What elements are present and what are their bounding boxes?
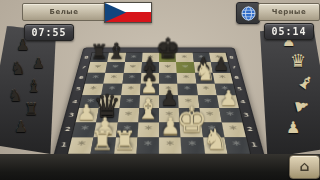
star-inlay-icon: * <box>106 62 125 72</box>
square-f1[interactable]: * <box>181 137 205 154</box>
square-c7[interactable]: * <box>123 62 141 72</box>
star-inlay-icon: * <box>122 72 141 83</box>
star-inlay-icon: * <box>159 62 177 72</box>
square-h6[interactable]: * <box>212 72 232 83</box>
square-b7[interactable]: * <box>106 62 125 72</box>
black-clock: 05:14 <box>264 23 314 40</box>
rank-label-7: 7 <box>229 62 240 72</box>
square-h3[interactable]: * <box>219 108 242 122</box>
square-b8[interactable]: ♝ <box>107 53 125 63</box>
square-a6[interactable]: * <box>85 72 105 83</box>
star-inlay-icon: * <box>85 72 105 83</box>
black-king[interactable]: ♚ <box>155 35 180 63</box>
star-inlay-icon: * <box>196 83 217 95</box>
square-d3[interactable]: ♝ <box>138 108 159 122</box>
star-inlay-icon: * <box>159 137 182 154</box>
square-a7[interactable]: * <box>88 62 108 72</box>
star-inlay-icon: * <box>123 62 141 72</box>
star-inlay-icon: * <box>104 72 124 83</box>
black-clock-time: 05:14 <box>271 26 306 37</box>
square-c6[interactable]: * <box>122 72 141 83</box>
star-inlay-icon: * <box>159 72 177 83</box>
square-f2[interactable]: ♚ <box>180 122 203 137</box>
white-rook[interactable]: ♜ <box>113 128 136 154</box>
square-d1[interactable]: * <box>136 137 159 154</box>
white-clock-time: 07:55 <box>31 27 66 38</box>
square-b6[interactable]: * <box>104 72 124 83</box>
star-inlay-icon: * <box>177 72 196 83</box>
star-inlay-icon: * <box>137 122 159 137</box>
globe-icon <box>236 2 260 24</box>
square-g1[interactable]: ♞ <box>202 137 227 154</box>
home-icon: ⌂ <box>299 159 309 173</box>
black-bishop[interactable]: ♝ <box>106 40 126 62</box>
white-player-name: Белые <box>50 8 79 16</box>
square-e7[interactable]: * <box>159 62 177 72</box>
white-rook[interactable]: ♜ <box>91 128 114 154</box>
star-inlay-icon: * <box>177 83 197 95</box>
white-knight[interactable]: ♞ <box>203 125 228 153</box>
white-pawn[interactable]: ♟ <box>220 87 239 108</box>
square-g5[interactable]: * <box>196 83 217 95</box>
white-clock: 07:55 <box>24 24 74 41</box>
black-pawn[interactable]: ♟ <box>213 54 230 73</box>
white-bishop[interactable]: ♝ <box>136 95 160 122</box>
star-inlay-icon: * <box>88 62 108 72</box>
black-rook[interactable]: ♜ <box>90 43 108 63</box>
rank-label-6: 6 <box>231 72 242 83</box>
square-c1[interactable]: ♜ <box>114 137 138 154</box>
star-inlay-icon: * <box>125 53 143 63</box>
square-b1[interactable]: ♜ <box>91 137 116 154</box>
square-f6[interactable]: * <box>177 72 196 83</box>
square-c8[interactable]: * <box>125 53 143 63</box>
star-inlay-icon: * <box>176 62 194 72</box>
rank-label-6: 6 <box>75 72 86 83</box>
white-knight[interactable]: ♞ <box>195 60 216 83</box>
star-inlay-icon: * <box>212 72 232 83</box>
star-inlay-icon: * <box>219 108 242 122</box>
square-e1[interactable]: * <box>159 137 182 154</box>
real-chess-app: ♟♟♞♝♞♜♟ ♟♛♝♟♟ ♜♝**♚******♟**♟♟***♟**♞***… <box>0 0 320 180</box>
square-d2[interactable]: * <box>137 122 159 137</box>
square-e6[interactable]: * <box>159 72 177 83</box>
square-e8[interactable]: ♚ <box>159 53 176 63</box>
star-inlay-icon: * <box>136 137 159 154</box>
czech-republic-flag-icon <box>104 2 152 23</box>
square-h4[interactable]: ♟ <box>217 95 239 108</box>
chess-board: ♜♝**♚******♟**♟♟***♟**♞****♟********♟**♟… <box>51 47 268 165</box>
rank-label-4: 4 <box>237 95 249 108</box>
table-shadow <box>0 154 320 180</box>
white-player-nameplate: Белые <box>22 3 106 21</box>
home-button[interactable]: ⌂ <box>289 155 320 179</box>
square-f7[interactable]: * <box>176 62 194 72</box>
square-f5[interactable]: * <box>177 83 197 95</box>
black-player-nameplate: Черные <box>258 3 320 21</box>
black-player-name: Черные <box>272 8 306 16</box>
board-grid: ♜♝**♚******♟**♟♟***♟**♞****♟********♟**♟… <box>68 53 250 154</box>
square-g6[interactable]: ♞ <box>195 72 215 83</box>
star-inlay-icon: * <box>181 137 205 154</box>
